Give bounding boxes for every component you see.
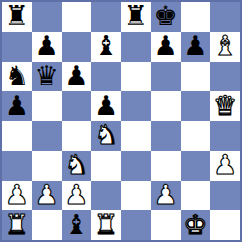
square-h6[interactable] bbox=[210, 62, 240, 92]
black-rook: ♜ bbox=[5, 2, 29, 29]
square-g1[interactable]: ♚ bbox=[181, 210, 211, 240]
square-a3[interactable] bbox=[2, 151, 32, 181]
square-b7[interactable]: ♟ bbox=[32, 32, 62, 62]
square-g4[interactable] bbox=[181, 121, 211, 151]
square-b4[interactable] bbox=[32, 121, 62, 151]
square-h8[interactable] bbox=[210, 2, 240, 32]
square-a8[interactable]: ♜ bbox=[2, 2, 32, 32]
black-bishop: ♝ bbox=[94, 32, 118, 59]
square-e8[interactable]: ♜ bbox=[121, 2, 151, 32]
square-d1[interactable]: ♜ bbox=[91, 210, 121, 240]
square-f3[interactable] bbox=[151, 151, 181, 181]
square-c2[interactable]: ♟ bbox=[62, 181, 92, 211]
square-b2[interactable]: ♟ bbox=[32, 181, 62, 211]
white-knight: ♞ bbox=[64, 151, 88, 178]
black-pawn: ♟ bbox=[35, 32, 59, 59]
square-d3[interactable] bbox=[91, 151, 121, 181]
square-e2[interactable] bbox=[121, 181, 151, 211]
square-g2[interactable] bbox=[181, 181, 211, 211]
white-knight: ♞ bbox=[94, 121, 118, 148]
black-king: ♚ bbox=[154, 2, 178, 29]
black-pawn: ♟ bbox=[5, 92, 29, 119]
square-c6[interactable]: ♟ bbox=[62, 62, 92, 92]
square-g6[interactable] bbox=[181, 62, 211, 92]
square-d2[interactable] bbox=[91, 181, 121, 211]
square-g3[interactable] bbox=[181, 151, 211, 181]
white-rook: ♜ bbox=[5, 211, 29, 238]
square-b5[interactable] bbox=[32, 91, 62, 121]
black-bishop: ♝ bbox=[64, 211, 88, 238]
black-pawn: ♟ bbox=[64, 62, 88, 89]
square-f2[interactable]: ♟ bbox=[151, 181, 181, 211]
square-h5[interactable]: ♛ bbox=[210, 91, 240, 121]
square-e7[interactable] bbox=[121, 32, 151, 62]
white-pawn: ♟ bbox=[213, 151, 237, 178]
white-pawn: ♟ bbox=[154, 181, 178, 208]
square-e1[interactable] bbox=[121, 210, 151, 240]
square-c8[interactable] bbox=[62, 2, 92, 32]
square-e4[interactable] bbox=[121, 121, 151, 151]
white-king: ♚ bbox=[183, 211, 207, 238]
square-c1[interactable]: ♝ bbox=[62, 210, 92, 240]
white-bishop: ♝ bbox=[213, 32, 237, 59]
square-c7[interactable] bbox=[62, 32, 92, 62]
square-b1[interactable] bbox=[32, 210, 62, 240]
white-pawn: ♟ bbox=[35, 181, 59, 208]
square-f5[interactable] bbox=[151, 91, 181, 121]
black-rook: ♜ bbox=[124, 2, 148, 29]
black-queen: ♛ bbox=[35, 62, 59, 89]
square-g5[interactable] bbox=[181, 91, 211, 121]
square-a7[interactable] bbox=[2, 32, 32, 62]
square-a5[interactable]: ♟ bbox=[2, 91, 32, 121]
square-d7[interactable]: ♝ bbox=[91, 32, 121, 62]
square-f4[interactable] bbox=[151, 121, 181, 151]
square-d5[interactable]: ♟ bbox=[91, 91, 121, 121]
white-rook: ♜ bbox=[94, 211, 118, 238]
square-b6[interactable]: ♛ bbox=[32, 62, 62, 92]
square-a6[interactable]: ♞ bbox=[2, 62, 32, 92]
square-h7[interactable]: ♝ bbox=[210, 32, 240, 62]
square-h1[interactable] bbox=[210, 210, 240, 240]
square-e5[interactable] bbox=[121, 91, 151, 121]
square-a2[interactable]: ♟ bbox=[2, 181, 32, 211]
square-e3[interactable] bbox=[121, 151, 151, 181]
square-a1[interactable]: ♜ bbox=[2, 210, 32, 240]
square-f1[interactable] bbox=[151, 210, 181, 240]
black-knight: ♞ bbox=[5, 62, 29, 89]
white-queen: ♛ bbox=[213, 92, 237, 119]
square-a4[interactable] bbox=[2, 121, 32, 151]
black-pawn: ♟ bbox=[94, 92, 118, 119]
square-h4[interactable] bbox=[210, 121, 240, 151]
square-c3[interactable]: ♞ bbox=[62, 151, 92, 181]
square-g8[interactable] bbox=[181, 2, 211, 32]
square-h3[interactable]: ♟ bbox=[210, 151, 240, 181]
square-e6[interactable] bbox=[121, 62, 151, 92]
square-h2[interactable] bbox=[210, 181, 240, 211]
square-b8[interactable] bbox=[32, 2, 62, 32]
square-c5[interactable] bbox=[62, 91, 92, 121]
square-d6[interactable] bbox=[91, 62, 121, 92]
white-pawn: ♟ bbox=[64, 181, 88, 208]
square-g7[interactable]: ♟ bbox=[181, 32, 211, 62]
black-pawn: ♟ bbox=[154, 32, 178, 59]
chess-board: ♜♜♚♟♝♟♟♝♞♛♟♟♟♛♞♞♟♟♟♟♟♜♝♜♚ bbox=[0, 0, 242, 242]
square-f8[interactable]: ♚ bbox=[151, 2, 181, 32]
square-d8[interactable] bbox=[91, 2, 121, 32]
square-c4[interactable] bbox=[62, 121, 92, 151]
square-f7[interactable]: ♟ bbox=[151, 32, 181, 62]
black-pawn: ♟ bbox=[183, 32, 207, 59]
white-pawn: ♟ bbox=[5, 181, 29, 208]
square-f6[interactable] bbox=[151, 62, 181, 92]
square-b3[interactable] bbox=[32, 151, 62, 181]
square-d4[interactable]: ♞ bbox=[91, 121, 121, 151]
